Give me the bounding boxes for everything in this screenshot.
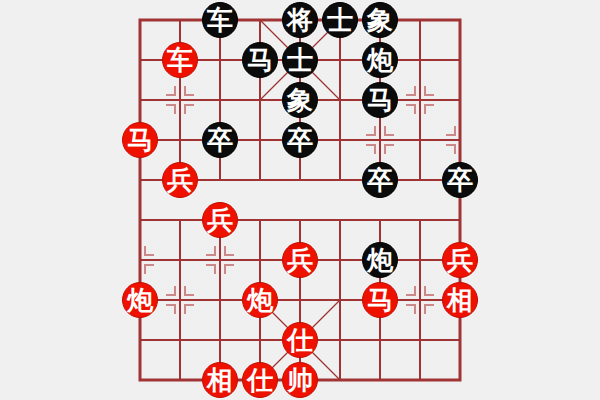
piece-black-elephant[interactable]: 象 xyxy=(362,2,398,38)
piece-red-soldier[interactable]: 兵 xyxy=(282,242,318,278)
piece-red-elephant[interactable]: 相 xyxy=(442,282,478,318)
piece-black-horse[interactable]: 马 xyxy=(242,42,278,78)
piece-red-elephant[interactable]: 相 xyxy=(202,362,238,398)
piece-black-soldier[interactable]: 卒 xyxy=(362,162,398,198)
piece-black-chariot[interactable]: 车 xyxy=(202,2,238,38)
piece-black-soldier[interactable]: 卒 xyxy=(202,122,238,158)
piece-black-cannon[interactable]: 炮 xyxy=(362,242,398,278)
piece-red-advisor[interactable]: 仕 xyxy=(282,322,318,358)
piece-black-cannon[interactable]: 炮 xyxy=(362,42,398,78)
piece-black-soldier[interactable]: 卒 xyxy=(282,122,318,158)
xiangqi-board[interactable]: 车将士象车马士炮象马马卒卒兵卒卒兵兵炮兵炮炮马相仕相仕帅 xyxy=(120,0,480,400)
piece-red-horse[interactable]: 马 xyxy=(122,122,158,158)
piece-black-soldier[interactable]: 卒 xyxy=(442,162,478,198)
piece-red-soldier[interactable]: 兵 xyxy=(202,202,238,238)
piece-black-horse[interactable]: 马 xyxy=(362,82,398,118)
piece-red-king[interactable]: 帅 xyxy=(282,362,318,398)
piece-red-advisor[interactable]: 仕 xyxy=(242,362,278,398)
piece-red-cannon[interactable]: 炮 xyxy=(242,282,278,318)
piece-black-elephant[interactable]: 象 xyxy=(282,82,318,118)
piece-red-horse[interactable]: 马 xyxy=(362,282,398,318)
piece-red-chariot[interactable]: 车 xyxy=(162,42,198,78)
app-background: 车将士象车马士炮象马马卒卒兵卒卒兵兵炮兵炮炮马相仕相仕帅 xyxy=(0,0,600,400)
piece-red-soldier[interactable]: 兵 xyxy=(442,242,478,278)
piece-red-cannon[interactable]: 炮 xyxy=(122,282,158,318)
piece-black-advisor[interactable]: 士 xyxy=(282,42,318,78)
piece-black-advisor[interactable]: 士 xyxy=(322,2,358,38)
piece-black-general[interactable]: 将 xyxy=(282,2,318,38)
piece-red-soldier[interactable]: 兵 xyxy=(162,162,198,198)
